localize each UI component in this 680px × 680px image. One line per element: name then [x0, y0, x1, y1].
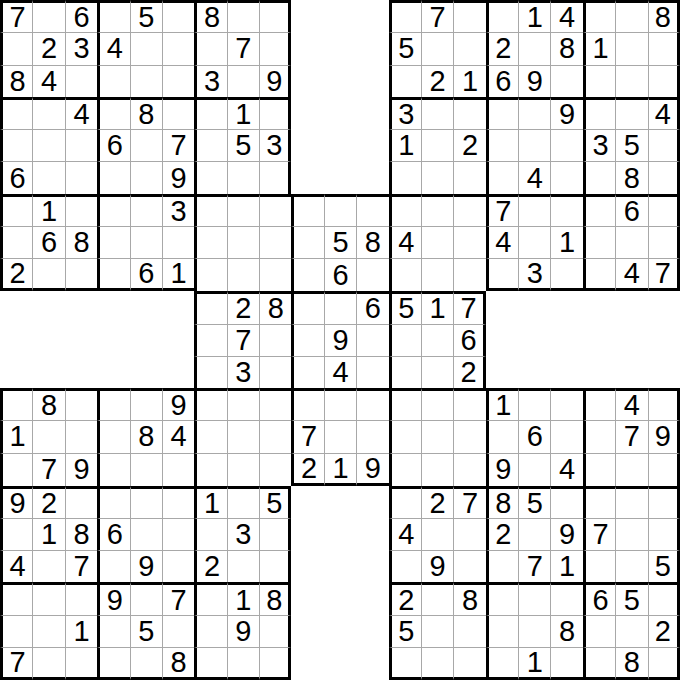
outside-board-area — [356, 615, 388, 647]
empty-cell-r8c17[interactable] — [550, 258, 582, 291]
empty-cell-r8c6[interactable] — [194, 258, 226, 291]
empty-cell-r18c2[interactable] — [65, 582, 97, 614]
empty-cell-r7c9[interactable] — [291, 226, 323, 258]
empty-cell-r5c2[interactable] — [65, 161, 97, 193]
empty-cell-r7c3[interactable] — [97, 226, 129, 258]
empty-cell-r13c13[interactable] — [421, 420, 453, 452]
outside-board-area — [97, 356, 129, 388]
empty-cell-r5c18[interactable] — [583, 161, 615, 193]
empty-cell-r19c19[interactable] — [615, 615, 647, 647]
empty-cell-r1c8[interactable] — [259, 32, 291, 64]
empty-cell-r15c5[interactable] — [162, 486, 194, 518]
empty-cell-r0c1[interactable] — [32, 0, 64, 32]
empty-cell-r14c18[interactable] — [583, 453, 615, 486]
empty-cell-r10c8[interactable] — [259, 324, 291, 356]
empty-cell-r20c4[interactable] — [130, 647, 162, 680]
empty-cell-r18c1[interactable] — [32, 582, 64, 614]
outside-board-area — [162, 324, 194, 356]
outside-board-area — [97, 291, 129, 323]
empty-cell-r6c9[interactable] — [291, 194, 323, 226]
given-cell-r4c3: 6 — [97, 129, 129, 161]
empty-cell-r20c3[interactable] — [97, 647, 129, 680]
empty-cell-r13c10[interactable] — [324, 420, 356, 452]
empty-cell-r3c15[interactable] — [486, 97, 518, 129]
outside-board-area — [324, 97, 356, 129]
empty-cell-r7c19[interactable] — [615, 226, 647, 258]
empty-cell-r5c20[interactable] — [648, 161, 680, 193]
empty-cell-r6c8[interactable] — [259, 194, 291, 226]
empty-cell-r0c14[interactable] — [453, 0, 485, 32]
empty-cell-r8c8[interactable] — [259, 258, 291, 291]
empty-cell-r13c7[interactable] — [227, 420, 259, 452]
empty-cell-r1c5[interactable] — [162, 32, 194, 64]
outside-board-area — [518, 291, 550, 323]
empty-cell-r4c20[interactable] — [648, 129, 680, 161]
empty-cell-r12c17[interactable] — [550, 388, 582, 420]
empty-cell-r15c3[interactable] — [97, 486, 129, 518]
empty-cell-r18c17[interactable] — [550, 582, 582, 614]
empty-cell-r7c4[interactable] — [130, 226, 162, 258]
empty-cell-r8c2[interactable] — [65, 258, 97, 291]
given-cell-r16c7: 3 — [227, 518, 259, 550]
given-cell-r3c2: 4 — [65, 97, 97, 129]
empty-cell-r12c13[interactable] — [421, 388, 453, 420]
empty-cell-r19c0[interactable] — [0, 615, 32, 647]
outside-board-area — [356, 161, 388, 193]
empty-cell-r0c7[interactable] — [227, 0, 259, 32]
empty-cell-r1c13[interactable] — [421, 32, 453, 64]
outside-board-area — [291, 647, 323, 680]
empty-cell-r6c20[interactable] — [648, 194, 680, 226]
empty-cell-r16c8[interactable] — [259, 518, 291, 550]
empty-cell-r12c11[interactable] — [356, 388, 388, 420]
given-cell-r2c0: 8 — [0, 65, 32, 97]
given-cell-r5c5: 9 — [162, 161, 194, 193]
empty-cell-r15c4[interactable] — [130, 486, 162, 518]
empty-cell-r11c9[interactable] — [291, 356, 323, 388]
empty-cell-r3c5[interactable] — [162, 97, 194, 129]
given-cell-r9c8: 8 — [259, 291, 291, 323]
given-cell-r20c16: 1 — [518, 647, 550, 680]
empty-cell-r20c14[interactable] — [453, 647, 485, 680]
empty-cell-r20c8[interactable] — [259, 647, 291, 680]
empty-cell-r15c19[interactable] — [615, 486, 647, 518]
empty-cell-r18c0[interactable] — [0, 582, 32, 614]
empty-cell-r8c11[interactable] — [356, 258, 388, 291]
empty-cell-r4c2[interactable] — [65, 129, 97, 161]
empty-cell-r5c6[interactable] — [194, 161, 226, 193]
empty-cell-r3c18[interactable] — [583, 97, 615, 129]
empty-cell-r15c7[interactable] — [227, 486, 259, 518]
empty-cell-r3c1[interactable] — [32, 97, 64, 129]
outside-board-area — [615, 356, 647, 388]
empty-cell-r0c15[interactable] — [486, 0, 518, 32]
empty-cell-r7c13[interactable] — [421, 226, 453, 258]
given-cell-r17c17: 1 — [550, 550, 582, 582]
empty-cell-r0c8[interactable] — [259, 0, 291, 32]
empty-cell-r12c6[interactable] — [194, 388, 226, 420]
empty-cell-r17c12[interactable] — [389, 550, 421, 582]
empty-cell-r8c15[interactable] — [486, 258, 518, 291]
empty-cell-r15c20[interactable] — [648, 486, 680, 518]
empty-cell-r12c0[interactable] — [0, 388, 32, 420]
empty-cell-r4c6[interactable] — [194, 129, 226, 161]
empty-cell-r2c17[interactable] — [550, 65, 582, 97]
outside-board-area — [0, 291, 32, 323]
empty-cell-r2c18[interactable] — [583, 65, 615, 97]
samurai-sudoku-board: 7658714823475281843921694813946753123569… — [0, 0, 680, 680]
empty-cell-r2c19[interactable] — [615, 65, 647, 97]
empty-cell-r0c18[interactable] — [583, 0, 615, 32]
empty-cell-r19c8[interactable] — [259, 615, 291, 647]
outside-board-area — [291, 129, 323, 161]
empty-cell-r10c12[interactable] — [389, 324, 421, 356]
empty-cell-r17c18[interactable] — [583, 550, 615, 582]
outside-board-area — [324, 647, 356, 680]
outside-board-area — [130, 291, 162, 323]
outside-board-area — [648, 324, 680, 356]
empty-cell-r3c0[interactable] — [0, 97, 32, 129]
empty-cell-r3c6[interactable] — [194, 97, 226, 129]
empty-cell-r1c6[interactable] — [194, 32, 226, 64]
given-cell-r4c12: 1 — [389, 129, 421, 161]
empty-cell-r20c20[interactable] — [648, 647, 680, 680]
empty-cell-r10c9[interactable] — [291, 324, 323, 356]
empty-cell-r4c17[interactable] — [550, 129, 582, 161]
empty-cell-r7c14[interactable] — [453, 226, 485, 258]
empty-cell-r11c6[interactable] — [194, 356, 226, 388]
empty-cell-r16c6[interactable] — [194, 518, 226, 550]
empty-cell-r12c2[interactable] — [65, 388, 97, 420]
empty-cell-r15c12[interactable] — [389, 486, 421, 518]
empty-cell-r5c15[interactable] — [486, 161, 518, 193]
empty-cell-r14c12[interactable] — [389, 453, 421, 486]
empty-cell-r14c3[interactable] — [97, 453, 129, 486]
given-cell-r9c13: 1 — [421, 291, 453, 323]
empty-cell-r9c10[interactable] — [324, 291, 356, 323]
empty-cell-r6c6[interactable] — [194, 194, 226, 226]
given-cell-r13c20: 9 — [648, 420, 680, 452]
given-cell-r16c2: 8 — [65, 518, 97, 550]
given-cell-r18c18: 6 — [583, 582, 615, 614]
empty-cell-r18c13[interactable] — [421, 582, 453, 614]
empty-cell-r8c13[interactable] — [421, 258, 453, 291]
empty-cell-r0c19[interactable] — [615, 0, 647, 32]
given-cell-r14c17: 4 — [550, 453, 582, 486]
outside-board-area — [583, 324, 615, 356]
empty-cell-r13c18[interactable] — [583, 420, 615, 452]
empty-cell-r12c16[interactable] — [518, 388, 550, 420]
empty-cell-r5c17[interactable] — [550, 161, 582, 193]
empty-cell-r17c5[interactable] — [162, 550, 194, 582]
empty-cell-r5c8[interactable] — [259, 161, 291, 193]
outside-board-area — [356, 582, 388, 614]
empty-cell-r10c6[interactable] — [194, 324, 226, 356]
empty-cell-r20c17[interactable] — [550, 647, 582, 680]
outside-board-area — [65, 324, 97, 356]
empty-cell-r6c12[interactable] — [389, 194, 421, 226]
empty-cell-r6c14[interactable] — [453, 194, 485, 226]
given-cell-r3c4: 8 — [130, 97, 162, 129]
empty-cell-r6c16[interactable] — [518, 194, 550, 226]
empty-cell-r17c3[interactable] — [97, 550, 129, 582]
given-cell-r1c7: 7 — [227, 32, 259, 64]
outside-board-area — [324, 0, 356, 32]
empty-cell-r12c18[interactable] — [583, 388, 615, 420]
empty-cell-r13c6[interactable] — [194, 420, 226, 452]
empty-cell-r17c7[interactable] — [227, 550, 259, 582]
empty-cell-r1c4[interactable] — [130, 32, 162, 64]
empty-cell-r3c3[interactable] — [97, 97, 129, 129]
empty-cell-r4c16[interactable] — [518, 129, 550, 161]
given-cell-r18c12: 2 — [389, 582, 421, 614]
empty-cell-r17c15[interactable] — [486, 550, 518, 582]
empty-cell-r0c12[interactable] — [389, 0, 421, 32]
given-cell-r3c12: 3 — [389, 97, 421, 129]
empty-cell-r7c5[interactable] — [162, 226, 194, 258]
empty-cell-r20c13[interactable] — [421, 647, 453, 680]
empty-cell-r2c12[interactable] — [389, 65, 421, 97]
given-cell-r8c10: 6 — [324, 258, 356, 291]
empty-cell-r2c7[interactable] — [227, 65, 259, 97]
empty-cell-r14c4[interactable] — [130, 453, 162, 486]
empty-cell-r20c7[interactable] — [227, 647, 259, 680]
empty-cell-r16c16[interactable] — [518, 518, 550, 550]
empty-cell-r7c18[interactable] — [583, 226, 615, 258]
empty-cell-r6c18[interactable] — [583, 194, 615, 226]
empty-cell-r20c2[interactable] — [65, 647, 97, 680]
empty-cell-r13c11[interactable] — [356, 420, 388, 452]
empty-cell-r5c14[interactable] — [453, 161, 485, 193]
empty-cell-r12c20[interactable] — [648, 388, 680, 420]
empty-cell-r16c13[interactable] — [421, 518, 453, 550]
empty-cell-r6c13[interactable] — [421, 194, 453, 226]
given-cell-r2c13: 2 — [421, 65, 453, 97]
empty-cell-r5c13[interactable] — [421, 161, 453, 193]
empty-cell-r7c0[interactable] — [0, 226, 32, 258]
outside-board-area — [356, 647, 388, 680]
empty-cell-r3c19[interactable] — [615, 97, 647, 129]
empty-cell-r7c6[interactable] — [194, 226, 226, 258]
empty-cell-r13c2[interactable] — [65, 420, 97, 452]
empty-cell-r8c3[interactable] — [97, 258, 129, 291]
empty-cell-r15c2[interactable] — [65, 486, 97, 518]
given-cell-r11c7: 3 — [227, 356, 259, 388]
empty-cell-r13c17[interactable] — [550, 420, 582, 452]
empty-cell-r15c18[interactable] — [583, 486, 615, 518]
empty-cell-r6c17[interactable] — [550, 194, 582, 226]
empty-cell-r19c3[interactable] — [97, 615, 129, 647]
empty-cell-r7c20[interactable] — [648, 226, 680, 258]
given-cell-r4c8: 3 — [259, 129, 291, 161]
outside-board-area — [486, 291, 518, 323]
empty-cell-r0c3[interactable] — [97, 0, 129, 32]
given-cell-r6c19: 6 — [615, 194, 647, 226]
empty-cell-r8c1[interactable] — [32, 258, 64, 291]
empty-cell-r12c7[interactable] — [227, 388, 259, 420]
empty-cell-r5c1[interactable] — [32, 161, 64, 193]
given-cell-r11c10: 4 — [324, 356, 356, 388]
empty-cell-r16c20[interactable] — [648, 518, 680, 550]
outside-board-area — [356, 32, 388, 64]
empty-cell-r19c18[interactable] — [583, 615, 615, 647]
empty-cell-r14c14[interactable] — [453, 453, 485, 486]
empty-cell-r2c2[interactable] — [65, 65, 97, 97]
empty-cell-r14c6[interactable] — [194, 453, 226, 486]
empty-cell-r19c1[interactable] — [32, 615, 64, 647]
empty-cell-r6c3[interactable] — [97, 194, 129, 226]
empty-cell-r16c0[interactable] — [0, 518, 32, 550]
empty-cell-r14c0[interactable] — [0, 453, 32, 486]
empty-cell-r20c1[interactable] — [32, 647, 64, 680]
empty-cell-r20c12[interactable] — [389, 647, 421, 680]
empty-cell-r18c20[interactable] — [648, 582, 680, 614]
empty-cell-r12c12[interactable] — [389, 388, 421, 420]
given-cell-r20c5: 8 — [162, 647, 194, 680]
empty-cell-r17c14[interactable] — [453, 550, 485, 582]
empty-cell-r8c7[interactable] — [227, 258, 259, 291]
empty-cell-r7c8[interactable] — [259, 226, 291, 258]
empty-cell-r1c20[interactable] — [648, 32, 680, 64]
empty-cell-r19c5[interactable] — [162, 615, 194, 647]
empty-cell-r1c16[interactable] — [518, 32, 550, 64]
empty-cell-r18c15[interactable] — [486, 582, 518, 614]
empty-cell-r13c12[interactable] — [389, 420, 421, 452]
empty-cell-r1c19[interactable] — [615, 32, 647, 64]
empty-cell-r17c8[interactable] — [259, 550, 291, 582]
empty-cell-r13c8[interactable] — [259, 420, 291, 452]
empty-cell-r1c14[interactable] — [453, 32, 485, 64]
empty-cell-r0c5[interactable] — [162, 0, 194, 32]
empty-cell-r14c5[interactable] — [162, 453, 194, 486]
empty-cell-r5c3[interactable] — [97, 161, 129, 193]
empty-cell-r17c19[interactable] — [615, 550, 647, 582]
empty-cell-r14c20[interactable] — [648, 453, 680, 486]
empty-cell-r12c3[interactable] — [97, 388, 129, 420]
empty-cell-r11c8[interactable] — [259, 356, 291, 388]
outside-board-area — [291, 32, 323, 64]
empty-cell-r8c9[interactable] — [291, 258, 323, 291]
outside-board-area — [518, 356, 550, 388]
empty-cell-r6c4[interactable] — [130, 194, 162, 226]
given-cell-r2c14: 1 — [453, 65, 485, 97]
empty-cell-r11c11[interactable] — [356, 356, 388, 388]
empty-cell-r7c16[interactable] — [518, 226, 550, 258]
empty-cell-r5c4[interactable] — [130, 161, 162, 193]
empty-cell-r8c18[interactable] — [583, 258, 615, 291]
outside-board-area — [356, 129, 388, 161]
empty-cell-r13c14[interactable] — [453, 420, 485, 452]
empty-cell-r18c4[interactable] — [130, 582, 162, 614]
empty-cell-r7c7[interactable] — [227, 226, 259, 258]
empty-cell-r15c17[interactable] — [550, 486, 582, 518]
empty-cell-r14c8[interactable] — [259, 453, 291, 486]
given-cell-r3c17: 9 — [550, 97, 582, 129]
empty-cell-r1c0[interactable] — [0, 32, 32, 64]
empty-cell-r14c7[interactable] — [227, 453, 259, 486]
empty-cell-r12c14[interactable] — [453, 388, 485, 420]
empty-cell-r3c8[interactable] — [259, 97, 291, 129]
outside-board-area — [130, 356, 162, 388]
empty-cell-r19c15[interactable] — [486, 615, 518, 647]
empty-cell-r6c7[interactable] — [227, 194, 259, 226]
empty-cell-r13c15[interactable] — [486, 420, 518, 452]
empty-cell-r16c19[interactable] — [615, 518, 647, 550]
empty-cell-r12c4[interactable] — [130, 388, 162, 420]
outside-board-area — [324, 486, 356, 518]
empty-cell-r6c11[interactable] — [356, 194, 388, 226]
empty-cell-r6c2[interactable] — [65, 194, 97, 226]
empty-cell-r16c5[interactable] — [162, 518, 194, 550]
given-cell-r14c11: 9 — [356, 453, 388, 486]
empty-cell-r4c1[interactable] — [32, 129, 64, 161]
empty-cell-r2c4[interactable] — [130, 65, 162, 97]
empty-cell-r2c20[interactable] — [648, 65, 680, 97]
empty-cell-r3c16[interactable] — [518, 97, 550, 129]
empty-cell-r19c14[interactable] — [453, 615, 485, 647]
empty-cell-r17c1[interactable] — [32, 550, 64, 582]
empty-cell-r2c5[interactable] — [162, 65, 194, 97]
empty-cell-r20c6[interactable] — [194, 647, 226, 680]
empty-cell-r11c13[interactable] — [421, 356, 453, 388]
empty-cell-r2c3[interactable] — [97, 65, 129, 97]
empty-cell-r14c13[interactable] — [421, 453, 453, 486]
empty-cell-r9c9[interactable] — [291, 291, 323, 323]
empty-cell-r10c13[interactable] — [421, 324, 453, 356]
empty-cell-r19c13[interactable] — [421, 615, 453, 647]
empty-cell-r8c12[interactable] — [389, 258, 421, 291]
empty-cell-r16c14[interactable] — [453, 518, 485, 550]
outside-board-area — [0, 356, 32, 388]
empty-cell-r5c7[interactable] — [227, 161, 259, 193]
empty-cell-r10c11[interactable] — [356, 324, 388, 356]
empty-cell-r4c4[interactable] — [130, 129, 162, 161]
empty-cell-r13c3[interactable] — [97, 420, 129, 452]
empty-cell-r16c4[interactable] — [130, 518, 162, 550]
empty-cell-r20c15[interactable] — [486, 647, 518, 680]
given-cell-r13c19: 7 — [615, 420, 647, 452]
empty-cell-r6c10[interactable] — [324, 194, 356, 226]
given-cell-r14c15: 9 — [486, 453, 518, 486]
empty-cell-r13c1[interactable] — [32, 420, 64, 452]
empty-cell-r9c6[interactable] — [194, 291, 226, 323]
empty-cell-r11c12[interactable] — [389, 356, 421, 388]
empty-cell-r19c6[interactable] — [194, 615, 226, 647]
empty-cell-r14c16[interactable] — [518, 453, 550, 486]
given-cell-r12c15: 1 — [486, 388, 518, 420]
empty-cell-r5c12[interactable] — [389, 161, 421, 193]
empty-cell-r14c19[interactable] — [615, 453, 647, 486]
empty-cell-r6c0[interactable] — [0, 194, 32, 226]
outside-board-area — [356, 550, 388, 582]
empty-cell-r4c0[interactable] — [0, 129, 32, 161]
empty-cell-r12c10[interactable] — [324, 388, 356, 420]
empty-cell-r19c16[interactable] — [518, 615, 550, 647]
empty-cell-r8c14[interactable] — [453, 258, 485, 291]
outside-board-area — [291, 486, 323, 518]
empty-cell-r18c6[interactable] — [194, 582, 226, 614]
empty-cell-r18c16[interactable] — [518, 582, 550, 614]
given-cell-r10c10: 9 — [324, 324, 356, 356]
empty-cell-r12c8[interactable] — [259, 388, 291, 420]
given-cell-r4c5: 7 — [162, 129, 194, 161]
empty-cell-r3c13[interactable] — [421, 97, 453, 129]
empty-cell-r4c15[interactable] — [486, 129, 518, 161]
empty-cell-r12c9[interactable] — [291, 388, 323, 420]
empty-cell-r4c13[interactable] — [421, 129, 453, 161]
empty-cell-r3c14[interactable] — [453, 97, 485, 129]
empty-cell-r20c18[interactable] — [583, 647, 615, 680]
